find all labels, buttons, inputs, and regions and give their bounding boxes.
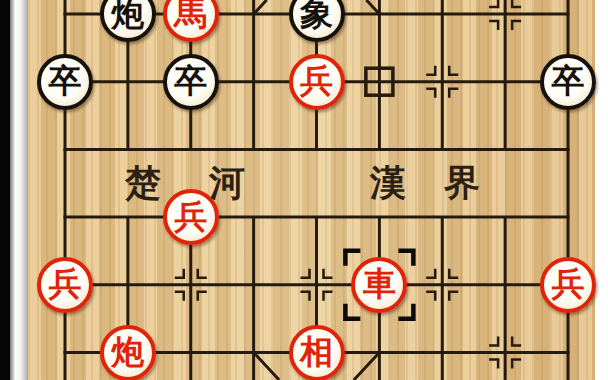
selected-piece-bracket <box>398 251 413 266</box>
piece-character: 相 <box>300 335 333 368</box>
piece-character: 兵 <box>49 267 82 300</box>
piece-red-soldier[interactable]: 兵 <box>540 257 596 313</box>
piece-character: 兵 <box>552 267 585 300</box>
piece-character: 卒 <box>49 64 82 97</box>
xiangqi-app-screenshot: 楚 河 漢 界 炮馬象卒卒兵卒兵兵車兵炮相 <box>0 0 608 380</box>
selected-piece-bracket <box>345 304 360 319</box>
selected-piece-bracket <box>398 304 413 319</box>
piece-character: 卒 <box>174 64 207 97</box>
piece-character: 兵 <box>174 200 207 233</box>
selected-piece-bracket <box>345 251 360 266</box>
piece-character: 炮 <box>111 335 144 368</box>
piece-red-elephant[interactable]: 相 <box>289 325 345 380</box>
piece-character: 象 <box>300 0 333 30</box>
piece-red-chariot[interactable]: 車 <box>351 257 407 313</box>
river-label-chu: 楚 <box>121 159 165 208</box>
piece-red-soldier[interactable]: 兵 <box>289 54 345 110</box>
piece-black-soldier[interactable]: 卒 <box>163 54 219 110</box>
piece-character: 馬 <box>174 0 207 30</box>
piece-black-soldier[interactable]: 卒 <box>37 54 93 110</box>
piece-red-soldier[interactable]: 兵 <box>163 189 219 245</box>
piece-character: 卒 <box>552 64 585 97</box>
piece-character: 車 <box>363 267 396 300</box>
piece-red-cannon[interactable]: 炮 <box>100 325 156 380</box>
piece-character: 兵 <box>300 64 333 97</box>
piece-black-soldier[interactable]: 卒 <box>540 54 596 110</box>
river-label-han: 漢 <box>366 159 410 208</box>
piece-red-soldier[interactable]: 兵 <box>37 257 93 313</box>
river-label-jie: 界 <box>440 159 484 208</box>
piece-character: 炮 <box>111 0 144 30</box>
